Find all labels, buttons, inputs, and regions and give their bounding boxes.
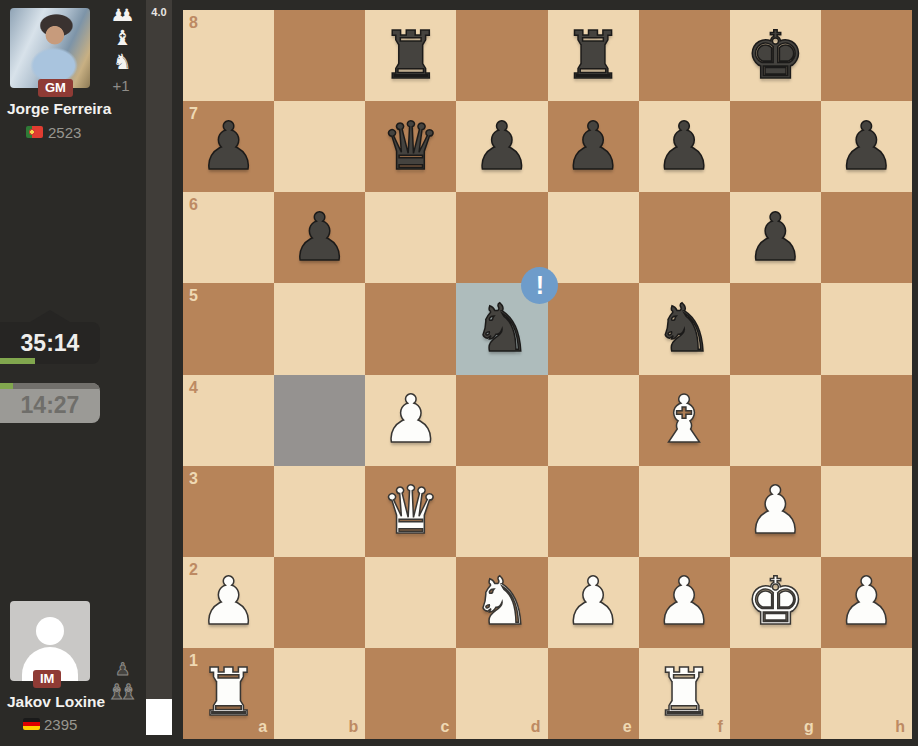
evaluation-bar: 4.0 [146, 0, 172, 735]
square-g2[interactable]: ♚ [730, 557, 821, 648]
square-b3[interactable] [274, 466, 365, 557]
piece-black-king[interactable]: ♚ [730, 10, 821, 101]
piece-black-pawn[interactable]: ♟ [548, 101, 639, 192]
bottom-player-name[interactable]: Jakov Loxine [7, 693, 105, 711]
piece-white-rook[interactable]: ♜ [639, 648, 730, 739]
square-f1[interactable]: f♜ [639, 648, 730, 739]
square-b5[interactable] [274, 283, 365, 374]
bottom-player-rating: 2395 [44, 716, 77, 733]
sidebar: GM Jorge Ferreira 2523 ♟♟♝♞ +1 35:14 14:… [0, 0, 145, 746]
square-a7[interactable]: 7♟ [183, 101, 274, 192]
avatar-silhouette-icon [36, 617, 64, 645]
square-c6[interactable] [365, 192, 456, 283]
square-f5[interactable]: ♞ [639, 283, 730, 374]
square-d2[interactable]: ♞ [456, 557, 547, 648]
piece-black-pawn[interactable]: ♟ [183, 101, 274, 192]
square-e1[interactable]: e [548, 648, 639, 739]
piece-black-pawn[interactable]: ♟ [456, 101, 547, 192]
rank-label-6: 6 [189, 197, 198, 213]
chess-app: GM Jorge Ferreira 2523 ♟♟♝♞ +1 35:14 14:… [0, 0, 918, 746]
square-b2[interactable] [274, 557, 365, 648]
bottom-player-avatar[interactable] [10, 601, 90, 681]
square-f4[interactable]: ♝ [639, 375, 730, 466]
square-a6[interactable]: 6 [183, 192, 274, 283]
square-b4[interactable] [274, 375, 365, 466]
square-h2[interactable]: ♟ [821, 557, 912, 648]
piece-white-pawn[interactable]: ♟ [548, 557, 639, 648]
captured-bishops-icon: ♝♝ [99, 680, 143, 704]
file-label-g: g [804, 719, 814, 735]
square-e2[interactable]: ♟ [548, 557, 639, 648]
square-e3[interactable] [548, 466, 639, 557]
square-f3[interactable] [639, 466, 730, 557]
top-player-avatar[interactable] [10, 8, 90, 88]
piece-black-rook[interactable]: ♜ [548, 10, 639, 101]
square-b6[interactable]: ♟ [274, 192, 365, 283]
piece-black-knight[interactable]: ♞ [639, 283, 730, 374]
square-h4[interactable] [821, 375, 912, 466]
file-label-b: b [348, 719, 358, 735]
rank-label-8: 8 [189, 15, 198, 31]
piece-white-queen[interactable]: ♛ [365, 466, 456, 557]
square-c3[interactable]: ♛ [365, 466, 456, 557]
square-g1[interactable]: g [730, 648, 821, 739]
square-a4[interactable]: 4 [183, 375, 274, 466]
active-clock-notch [30, 310, 70, 322]
top-player-clock: 35:14 [0, 322, 100, 364]
square-f2[interactable]: ♟ [639, 557, 730, 648]
rank-label-5: 5 [189, 288, 198, 304]
piece-white-pawn[interactable]: ♟ [365, 375, 456, 466]
square-h7[interactable]: ♟ [821, 101, 912, 192]
portugal-flag-icon [26, 126, 43, 138]
piece-black-queen[interactable]: ♛ [365, 101, 456, 192]
square-b1[interactable]: b [274, 648, 365, 739]
piece-black-pawn[interactable]: ♟ [821, 101, 912, 192]
square-f7[interactable]: ♟ [639, 101, 730, 192]
top-clock-time: 35:14 [21, 330, 80, 357]
square-d4[interactable] [456, 375, 547, 466]
square-d7[interactable]: ♟ [456, 101, 547, 192]
material-advantage: +1 [99, 77, 143, 94]
captured-knight-icon: ♞ [99, 50, 143, 74]
file-label-h: h [895, 719, 905, 735]
evaluation-white-fill [146, 699, 172, 735]
file-label-d: d [531, 719, 541, 735]
bottom-player-title-badge: IM [33, 670, 61, 688]
piece-white-king[interactable]: ♚ [730, 557, 821, 648]
rank-label-4: 4 [189, 380, 198, 396]
square-h5[interactable] [821, 283, 912, 374]
evaluation-score: 4.0 [146, 6, 172, 18]
square-d1[interactable]: d [456, 648, 547, 739]
square-e6[interactable] [548, 192, 639, 283]
bottom-clock-time: 14:27 [21, 392, 80, 419]
piece-white-pawn[interactable]: ♟ [639, 557, 730, 648]
piece-black-pawn[interactable]: ♟ [639, 101, 730, 192]
top-clock-progress [0, 358, 35, 364]
square-e7[interactable]: ♟ [548, 101, 639, 192]
top-player-captured-pieces: ♟♟♝♞ +1 [99, 6, 143, 94]
square-h8[interactable] [821, 10, 912, 101]
square-c8[interactable]: ♜ [365, 10, 456, 101]
square-b7[interactable] [274, 101, 365, 192]
bottom-player-clock: 14:27 [0, 383, 100, 423]
file-label-e: e [623, 719, 632, 735]
square-f8[interactable] [639, 10, 730, 101]
bottom-clock-progress [0, 383, 13, 389]
square-h3[interactable] [821, 466, 912, 557]
chess-board: 8♜♜♚7♟♛♟♟♟♟6♟♟5♞!♞4♟♝3♛♟2♟♞♟♟♚♟1a♜bcdef♜… [183, 10, 912, 739]
square-g7[interactable] [730, 101, 821, 192]
square-c2[interactable] [365, 557, 456, 648]
square-e8[interactable]: ♜ [548, 10, 639, 101]
top-clock-track [0, 358, 100, 364]
bottom-player-captured-pieces: ♟♝♝ [99, 660, 143, 704]
square-d5[interactable]: ♞! [456, 283, 547, 374]
square-g5[interactable] [730, 283, 821, 374]
square-c7[interactable]: ♛ [365, 101, 456, 192]
square-g6[interactable]: ♟ [730, 192, 821, 283]
piece-white-knight[interactable]: ♞ [456, 557, 547, 648]
square-a8[interactable]: 8 [183, 10, 274, 101]
square-c5[interactable] [365, 283, 456, 374]
square-e4[interactable] [548, 375, 639, 466]
square-c4[interactable]: ♟ [365, 375, 456, 466]
captured-pawn-icon: ♟ [99, 660, 143, 680]
piece-white-pawn[interactable]: ♟ [730, 466, 821, 557]
square-d3[interactable] [456, 466, 547, 557]
square-e5[interactable] [548, 283, 639, 374]
square-h6[interactable] [821, 192, 912, 283]
square-a3[interactable]: 3 [183, 466, 274, 557]
bottom-clock-track [0, 383, 100, 389]
square-a5[interactable]: 5 [183, 283, 274, 374]
square-h1[interactable]: h [821, 648, 912, 739]
square-g3[interactable]: ♟ [730, 466, 821, 557]
top-player-name[interactable]: Jorge Ferreira [7, 100, 111, 118]
piece-white-bishop[interactable]: ♝ [639, 375, 730, 466]
square-d8[interactable] [456, 10, 547, 101]
rank-label-3: 3 [189, 471, 198, 487]
piece-white-pawn[interactable]: ♟ [183, 557, 274, 648]
top-player-title-badge: GM [38, 79, 73, 97]
top-player-rating: 2523 [48, 124, 81, 141]
square-a1[interactable]: 1a♜ [183, 648, 274, 739]
piece-black-pawn[interactable]: ♟ [730, 192, 821, 283]
germany-flag-icon [23, 718, 40, 730]
captured-bishop-icon: ♝ [99, 26, 143, 50]
piece-black-rook[interactable]: ♜ [365, 10, 456, 101]
square-f6[interactable] [639, 192, 730, 283]
square-a2[interactable]: 2♟ [183, 557, 274, 648]
piece-black-pawn[interactable]: ♟ [274, 192, 365, 283]
piece-white-rook[interactable]: ♜ [183, 648, 274, 739]
captured-pawns-icon: ♟♟ [99, 6, 143, 26]
piece-white-pawn[interactable]: ♟ [821, 557, 912, 648]
square-g8[interactable]: ♚ [730, 10, 821, 101]
file-label-c: c [440, 719, 449, 735]
square-c1[interactable]: c [365, 648, 456, 739]
square-b8[interactable] [274, 10, 365, 101]
square-g4[interactable] [730, 375, 821, 466]
